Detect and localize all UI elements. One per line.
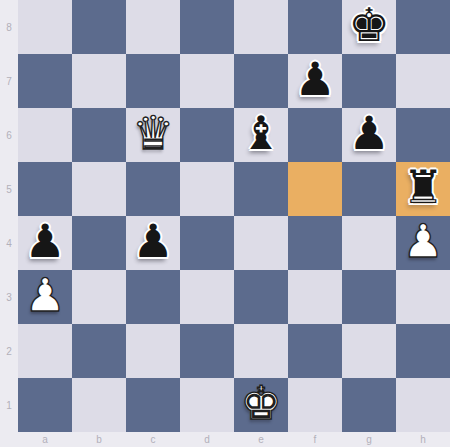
black-pawn[interactable]: ♟ [132, 218, 173, 264]
chess-board-widget: 87654321 ♚♟♛♝♟♜♟♟♟♟♚ abcdefgh [0, 0, 450, 447]
square-f1[interactable] [288, 378, 342, 432]
square-h7[interactable] [396, 54, 450, 108]
rank-label-2: 2 [0, 324, 18, 378]
square-g8[interactable]: ♚ [342, 0, 396, 54]
square-a5[interactable] [18, 162, 72, 216]
square-h1[interactable] [396, 378, 450, 432]
square-b2[interactable] [72, 324, 126, 378]
black-pawn[interactable]: ♟ [24, 218, 65, 264]
square-c4[interactable]: ♟ [126, 216, 180, 270]
rank-label-8: 8 [0, 0, 18, 54]
square-g2[interactable] [342, 324, 396, 378]
square-b1[interactable] [72, 378, 126, 432]
square-g6[interactable]: ♟ [342, 108, 396, 162]
square-a3[interactable]: ♟ [18, 270, 72, 324]
square-f8[interactable] [288, 0, 342, 54]
black-pawn[interactable]: ♟ [294, 56, 335, 102]
file-label-c: c [126, 432, 180, 447]
square-h6[interactable] [396, 108, 450, 162]
file-labels: abcdefgh [18, 432, 450, 447]
square-d6[interactable] [180, 108, 234, 162]
file-label-h: h [396, 432, 450, 447]
white-pawn[interactable]: ♟ [402, 218, 443, 264]
square-a1[interactable] [18, 378, 72, 432]
white-king[interactable]: ♚ [240, 380, 281, 426]
square-b5[interactable] [72, 162, 126, 216]
square-d2[interactable] [180, 324, 234, 378]
rank-label-1: 1 [0, 378, 18, 432]
black-king[interactable]: ♚ [348, 2, 389, 48]
square-f4[interactable] [288, 216, 342, 270]
square-a8[interactable] [18, 0, 72, 54]
square-c2[interactable] [126, 324, 180, 378]
file-label-a: a [18, 432, 72, 447]
square-g4[interactable] [342, 216, 396, 270]
square-a6[interactable] [18, 108, 72, 162]
square-b6[interactable] [72, 108, 126, 162]
square-f7[interactable]: ♟ [288, 54, 342, 108]
square-e3[interactable] [234, 270, 288, 324]
square-e5[interactable] [234, 162, 288, 216]
square-d4[interactable] [180, 216, 234, 270]
square-c6[interactable]: ♛ [126, 108, 180, 162]
square-h5[interactable]: ♜ [396, 162, 450, 216]
square-c3[interactable] [126, 270, 180, 324]
square-g7[interactable] [342, 54, 396, 108]
white-queen[interactable]: ♛ [132, 110, 173, 156]
square-a7[interactable] [18, 54, 72, 108]
square-c1[interactable] [126, 378, 180, 432]
square-b8[interactable] [72, 0, 126, 54]
square-a4[interactable]: ♟ [18, 216, 72, 270]
square-e2[interactable] [234, 324, 288, 378]
chess-board[interactable]: ♚♟♛♝♟♜♟♟♟♟♚ [18, 0, 450, 432]
square-c7[interactable] [126, 54, 180, 108]
file-label-g: g [342, 432, 396, 447]
square-e7[interactable] [234, 54, 288, 108]
square-h3[interactable] [396, 270, 450, 324]
square-e4[interactable] [234, 216, 288, 270]
rank-label-3: 3 [0, 270, 18, 324]
file-label-e: e [234, 432, 288, 447]
square-e8[interactable] [234, 0, 288, 54]
file-label-f: f [288, 432, 342, 447]
square-b3[interactable] [72, 270, 126, 324]
square-d3[interactable] [180, 270, 234, 324]
square-h8[interactable] [396, 0, 450, 54]
white-pawn[interactable]: ♟ [24, 272, 65, 318]
square-d7[interactable] [180, 54, 234, 108]
square-d5[interactable] [180, 162, 234, 216]
file-label-d: d [180, 432, 234, 447]
square-c5[interactable] [126, 162, 180, 216]
black-bishop[interactable]: ♝ [240, 110, 281, 156]
square-b4[interactable] [72, 216, 126, 270]
black-pawn[interactable]: ♟ [348, 110, 389, 156]
square-c8[interactable] [126, 0, 180, 54]
square-g5[interactable] [342, 162, 396, 216]
rank-labels: 87654321 [0, 0, 18, 432]
black-rook[interactable]: ♜ [402, 164, 443, 210]
square-b7[interactable] [72, 54, 126, 108]
file-label-b: b [72, 432, 126, 447]
rank-label-7: 7 [0, 54, 18, 108]
square-f2[interactable] [288, 324, 342, 378]
square-f3[interactable] [288, 270, 342, 324]
square-d8[interactable] [180, 0, 234, 54]
rank-label-5: 5 [0, 162, 18, 216]
square-g3[interactable] [342, 270, 396, 324]
square-a2[interactable] [18, 324, 72, 378]
square-f5[interactable] [288, 162, 342, 216]
rank-label-6: 6 [0, 108, 18, 162]
square-f6[interactable] [288, 108, 342, 162]
square-e1[interactable]: ♚ [234, 378, 288, 432]
square-d1[interactable] [180, 378, 234, 432]
square-h2[interactable] [396, 324, 450, 378]
rank-label-4: 4 [0, 216, 18, 270]
square-h4[interactable]: ♟ [396, 216, 450, 270]
square-e6[interactable]: ♝ [234, 108, 288, 162]
square-g1[interactable] [342, 378, 396, 432]
